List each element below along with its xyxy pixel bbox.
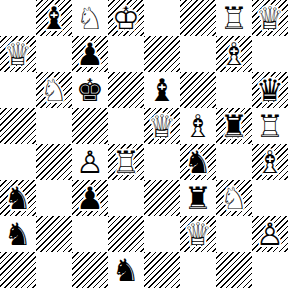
- white-bishop-icon: ♗: [180, 108, 216, 144]
- square-h2[interactable]: ♟♙: [252, 216, 288, 252]
- piece-white-queen[interactable]: ♛♕: [252, 0, 288, 36]
- square-a2[interactable]: ♞♞: [0, 216, 36, 252]
- square-f2[interactable]: ♛♕: [180, 216, 216, 252]
- square-h8[interactable]: ♛♕: [252, 0, 288, 36]
- piece-white-rook[interactable]: ♜♖: [108, 144, 144, 180]
- square-e5[interactable]: ♛♕: [144, 108, 180, 144]
- square-e2[interactable]: [144, 216, 180, 252]
- piece-white-queen[interactable]: ♛♕: [180, 216, 216, 252]
- white-rook-icon: ♖: [252, 108, 288, 144]
- piece-black-bishop[interactable]: ♝♝: [144, 72, 180, 108]
- piece-white-pawn[interactable]: ♟♙: [252, 216, 288, 252]
- piece-black-knight[interactable]: ♞♞: [0, 180, 36, 216]
- square-a5[interactable]: [0, 108, 36, 144]
- square-f1[interactable]: [180, 252, 216, 288]
- piece-white-king[interactable]: ♚♔: [108, 0, 144, 36]
- square-h5[interactable]: ♜♖: [252, 108, 288, 144]
- square-e8[interactable]: [144, 0, 180, 36]
- black-knight-icon: ♞: [180, 144, 216, 180]
- square-b8[interactable]: ♝♝: [36, 0, 72, 36]
- square-c4[interactable]: ♟♙: [72, 144, 108, 180]
- piece-black-knight[interactable]: ♞♞: [108, 252, 144, 288]
- square-f7[interactable]: [180, 36, 216, 72]
- square-a3[interactable]: ♞♞: [0, 180, 36, 216]
- white-knight-icon: ♘: [72, 0, 108, 36]
- square-c6[interactable]: ♚♚: [72, 72, 108, 108]
- square-b3[interactable]: [36, 180, 72, 216]
- piece-black-rook[interactable]: ♜♜: [180, 180, 216, 216]
- square-a1[interactable]: [0, 252, 36, 288]
- square-b5[interactable]: [36, 108, 72, 144]
- white-queen-icon: ♕: [180, 216, 216, 252]
- square-a8[interactable]: [0, 0, 36, 36]
- white-bishop-icon: ♗: [216, 36, 252, 72]
- square-g7[interactable]: ♝♗: [216, 36, 252, 72]
- black-knight-icon: ♞: [108, 252, 144, 288]
- piece-white-rook[interactable]: ♜♖: [252, 108, 288, 144]
- square-a6[interactable]: [0, 72, 36, 108]
- square-g6[interactable]: [216, 72, 252, 108]
- square-b2[interactable]: [36, 216, 72, 252]
- square-g4[interactable]: [216, 144, 252, 180]
- black-rook-icon: ♜: [180, 180, 216, 216]
- square-h1[interactable]: [252, 252, 288, 288]
- piece-black-queen[interactable]: ♛♛: [252, 72, 288, 108]
- square-a4[interactable]: [0, 144, 36, 180]
- square-d5[interactable]: [108, 108, 144, 144]
- piece-white-knight[interactable]: ♞♘: [36, 72, 72, 108]
- square-g3[interactable]: ♞♘: [216, 180, 252, 216]
- piece-black-knight[interactable]: ♞♞: [0, 216, 36, 252]
- square-a7[interactable]: ♛♕: [0, 36, 36, 72]
- square-c8[interactable]: ♞♘: [72, 0, 108, 36]
- piece-black-bishop[interactable]: ♝♝: [36, 0, 72, 36]
- square-f3[interactable]: ♜♜: [180, 180, 216, 216]
- square-d2[interactable]: [108, 216, 144, 252]
- black-pawn-icon: ♟: [72, 36, 108, 72]
- white-bishop-icon: ♗: [252, 144, 288, 180]
- square-e1[interactable]: [144, 252, 180, 288]
- square-b7[interactable]: [36, 36, 72, 72]
- square-g8[interactable]: ♜♖: [216, 0, 252, 36]
- square-g1[interactable]: [216, 252, 252, 288]
- square-f8[interactable]: [180, 0, 216, 36]
- square-f4[interactable]: ♞♞: [180, 144, 216, 180]
- white-king-icon: ♔: [108, 0, 144, 36]
- white-rook-icon: ♖: [216, 0, 252, 36]
- black-knight-icon: ♞: [0, 180, 36, 216]
- square-d8[interactable]: ♚♔: [108, 0, 144, 36]
- white-knight-icon: ♘: [36, 72, 72, 108]
- square-g2[interactable]: [216, 216, 252, 252]
- white-pawn-icon: ♙: [72, 144, 108, 180]
- piece-white-knight[interactable]: ♞♘: [72, 0, 108, 36]
- square-f6[interactable]: [180, 72, 216, 108]
- white-queen-icon: ♕: [0, 36, 36, 72]
- square-e4[interactable]: [144, 144, 180, 180]
- square-h4[interactable]: ♝♗: [252, 144, 288, 180]
- piece-white-pawn[interactable]: ♟♙: [72, 144, 108, 180]
- black-pawn-icon: ♟: [72, 180, 108, 216]
- piece-black-rook[interactable]: ♜♜: [216, 108, 252, 144]
- white-queen-icon: ♕: [252, 0, 288, 36]
- square-d1[interactable]: ♞♞: [108, 252, 144, 288]
- square-d4[interactable]: ♜♖: [108, 144, 144, 180]
- square-c7[interactable]: ♟♟: [72, 36, 108, 72]
- piece-black-pawn[interactable]: ♟♟: [72, 180, 108, 216]
- white-pawn-icon: ♙: [252, 216, 288, 252]
- chess-board: ♝♝♞♘♚♔♜♖♛♕♛♕♟♟♝♗♞♘♚♚♝♝♛♛♛♕♝♗♜♜♜♖♟♙♜♖♞♞♝♗…: [0, 0, 288, 288]
- square-g5[interactable]: ♜♜: [216, 108, 252, 144]
- white-queen-icon: ♕: [144, 108, 180, 144]
- black-rook-icon: ♜: [216, 108, 252, 144]
- piece-white-queen[interactable]: ♛♕: [0, 36, 36, 72]
- piece-white-knight[interactable]: ♞♘: [216, 180, 252, 216]
- square-d7[interactable]: [108, 36, 144, 72]
- black-bishop-icon: ♝: [36, 0, 72, 36]
- white-knight-icon: ♘: [216, 180, 252, 216]
- piece-black-pawn[interactable]: ♟♟: [72, 36, 108, 72]
- square-c1[interactable]: [72, 252, 108, 288]
- square-f5[interactable]: ♝♗: [180, 108, 216, 144]
- piece-black-knight[interactable]: ♞♞: [180, 144, 216, 180]
- square-h3[interactable]: [252, 180, 288, 216]
- black-bishop-icon: ♝: [144, 72, 180, 108]
- square-e7[interactable]: [144, 36, 180, 72]
- square-d6[interactable]: [108, 72, 144, 108]
- piece-white-bishop[interactable]: ♝♗: [180, 108, 216, 144]
- square-b1[interactable]: [36, 252, 72, 288]
- piece-white-bishop[interactable]: ♝♗: [216, 36, 252, 72]
- black-king-icon: ♚: [72, 72, 108, 108]
- square-b4[interactable]: [36, 144, 72, 180]
- square-c5[interactable]: [72, 108, 108, 144]
- square-c3[interactable]: ♟♟: [72, 180, 108, 216]
- piece-white-bishop[interactable]: ♝♗: [252, 144, 288, 180]
- piece-white-queen[interactable]: ♛♕: [144, 108, 180, 144]
- white-rook-icon: ♖: [108, 144, 144, 180]
- square-h7[interactable]: [252, 36, 288, 72]
- square-e3[interactable]: [144, 180, 180, 216]
- black-queen-icon: ♛: [252, 72, 288, 108]
- square-c2[interactable]: [72, 216, 108, 252]
- square-h6[interactable]: ♛♛: [252, 72, 288, 108]
- square-d3[interactable]: [108, 180, 144, 216]
- piece-black-king[interactable]: ♚♚: [72, 72, 108, 108]
- black-knight-icon: ♞: [0, 216, 36, 252]
- piece-white-rook[interactable]: ♜♖: [216, 0, 252, 36]
- square-b6[interactable]: ♞♘: [36, 72, 72, 108]
- square-e6[interactable]: ♝♝: [144, 72, 180, 108]
